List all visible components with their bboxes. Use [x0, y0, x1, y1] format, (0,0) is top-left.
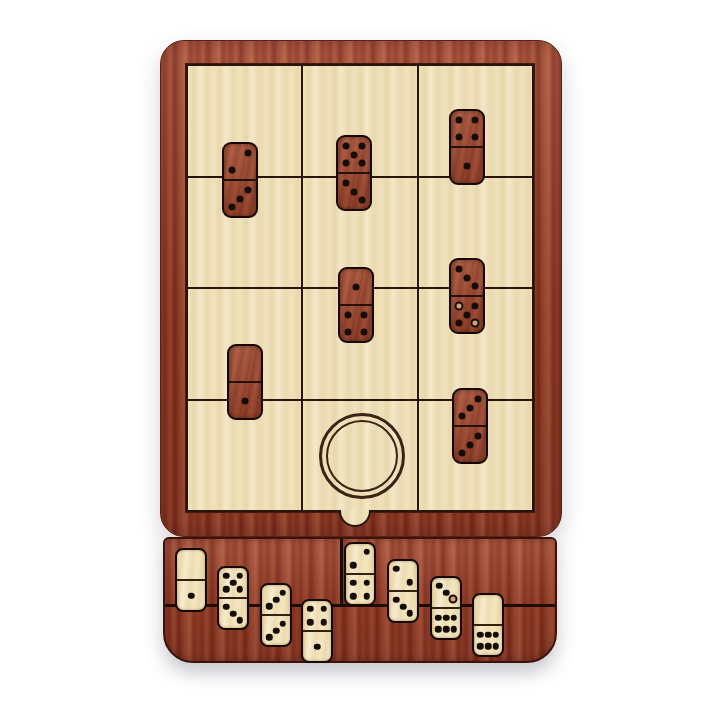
pip — [471, 282, 478, 289]
pip — [279, 590, 286, 597]
domino-bottom-half — [262, 616, 290, 645]
pip — [244, 187, 251, 194]
domino-top-half — [177, 550, 205, 581]
pip — [314, 643, 321, 650]
pip — [456, 266, 463, 273]
tray-seam-vertical — [340, 539, 343, 605]
pip — [351, 188, 358, 195]
pip — [345, 328, 352, 335]
pip — [350, 593, 357, 600]
pip — [223, 604, 230, 611]
pip — [493, 643, 500, 650]
pip — [273, 596, 280, 603]
pip — [242, 397, 249, 404]
pip — [471, 117, 478, 124]
pip — [320, 606, 327, 613]
pip — [363, 580, 370, 587]
domino-bottom-half — [454, 427, 486, 462]
pip — [474, 396, 481, 403]
domino-bottom-half — [224, 181, 256, 216]
pip — [464, 311, 471, 318]
pip — [229, 203, 236, 210]
board-domino-5-3[interactable] — [336, 135, 372, 211]
tray-domino-2-3[interactable] — [387, 559, 419, 623]
pip — [223, 573, 230, 580]
pip — [435, 626, 442, 633]
pip — [459, 412, 466, 419]
tray-domino-2-4[interactable] — [344, 542, 376, 606]
pip — [485, 631, 492, 638]
domino-bottom-half — [303, 632, 331, 661]
board-domino-2-3[interactable] — [222, 142, 258, 218]
pip — [266, 634, 273, 641]
pip — [477, 631, 484, 638]
pip — [343, 143, 350, 150]
pip — [451, 614, 458, 621]
pip — [307, 619, 314, 626]
pip — [406, 610, 413, 617]
pip — [358, 159, 365, 166]
domino-bottom-half — [432, 609, 460, 638]
pip — [350, 562, 357, 569]
pip — [236, 573, 243, 580]
pip — [320, 619, 327, 626]
pip — [188, 592, 195, 599]
domino-top-half — [454, 390, 486, 427]
domino-top-half — [219, 568, 247, 599]
pip — [393, 597, 400, 604]
pip — [464, 274, 471, 281]
domino-bottom-half — [451, 148, 483, 183]
hollow-pip — [470, 318, 479, 327]
pip — [229, 166, 236, 173]
pip — [343, 180, 350, 187]
domino-puzzle-photo — [0, 0, 720, 720]
pip — [343, 159, 350, 166]
pip — [230, 579, 237, 586]
domino-top-half — [346, 544, 374, 575]
domino-top-half — [451, 111, 483, 148]
domino-top-half — [432, 578, 460, 609]
domino-bottom-half — [474, 626, 502, 655]
pip — [244, 150, 251, 157]
pip — [467, 441, 474, 448]
hollow-pip — [455, 302, 464, 311]
target-circle-inner-ring — [326, 420, 398, 492]
hollow-pip — [448, 595, 457, 604]
domino-bottom-half — [389, 592, 417, 621]
pip — [353, 283, 360, 290]
domino-top-half — [229, 346, 261, 383]
domino-bottom-half — [346, 575, 374, 604]
pip — [459, 449, 466, 456]
board-domino-4-1[interactable] — [449, 109, 485, 185]
pip — [358, 143, 365, 150]
pip — [485, 643, 492, 650]
board-domino-0-1[interactable] — [227, 344, 263, 420]
pip — [471, 303, 478, 310]
domino-top-half — [338, 137, 370, 174]
pip — [360, 312, 367, 319]
pip — [477, 643, 484, 650]
pip — [273, 627, 280, 634]
pip — [436, 583, 443, 590]
pip — [456, 133, 463, 140]
pip — [443, 589, 450, 596]
pip — [400, 603, 407, 610]
pip — [351, 151, 358, 158]
tray-domino-0-6[interactable] — [472, 593, 504, 657]
domino-bottom-half — [219, 599, 247, 628]
domino-bottom-half — [229, 383, 261, 418]
target-circle[interactable] — [319, 413, 405, 499]
tray-domino-3-3[interactable] — [260, 583, 292, 647]
pip — [266, 603, 273, 610]
pip — [360, 328, 367, 335]
pip — [435, 614, 442, 621]
pip — [467, 404, 474, 411]
tray-domino-3-6[interactable] — [430, 576, 462, 640]
board-domino-3-3[interactable] — [452, 388, 488, 464]
domino-top-half — [303, 601, 331, 632]
pip — [230, 610, 237, 617]
pip — [237, 195, 244, 202]
pip — [443, 614, 450, 621]
board-domino-1-4[interactable] — [338, 267, 374, 343]
domino-bottom-half — [177, 581, 205, 610]
board-domino-3-5[interactable] — [449, 258, 485, 334]
domino-bottom-half — [340, 306, 372, 341]
pip — [456, 117, 463, 124]
pip — [279, 621, 286, 628]
pip — [363, 593, 370, 600]
pip — [406, 579, 413, 586]
pip — [451, 626, 458, 633]
pip — [236, 617, 243, 624]
domino-bottom-half — [338, 174, 370, 209]
pip — [363, 549, 370, 556]
pip — [223, 586, 230, 593]
pip — [443, 626, 450, 633]
pip — [474, 433, 481, 440]
tray-domino-5-3[interactable] — [217, 566, 249, 630]
pip — [345, 312, 352, 319]
pip — [236, 586, 243, 593]
tray-domino-4-1[interactable] — [301, 599, 333, 663]
tray-domino-0-1[interactable] — [175, 548, 207, 612]
pip — [456, 319, 463, 326]
domino-top-half — [262, 585, 290, 616]
domino-top-half — [451, 260, 483, 297]
pip — [307, 606, 314, 613]
domino-top-half — [474, 595, 502, 626]
pip — [358, 196, 365, 203]
pip — [350, 580, 357, 587]
pip — [493, 631, 500, 638]
domino-top-half — [340, 269, 372, 306]
pip — [393, 566, 400, 573]
pip — [471, 133, 478, 140]
pip — [464, 162, 471, 169]
domino-bottom-half — [451, 297, 483, 332]
domino-top-half — [389, 561, 417, 592]
domino-top-half — [224, 144, 256, 181]
